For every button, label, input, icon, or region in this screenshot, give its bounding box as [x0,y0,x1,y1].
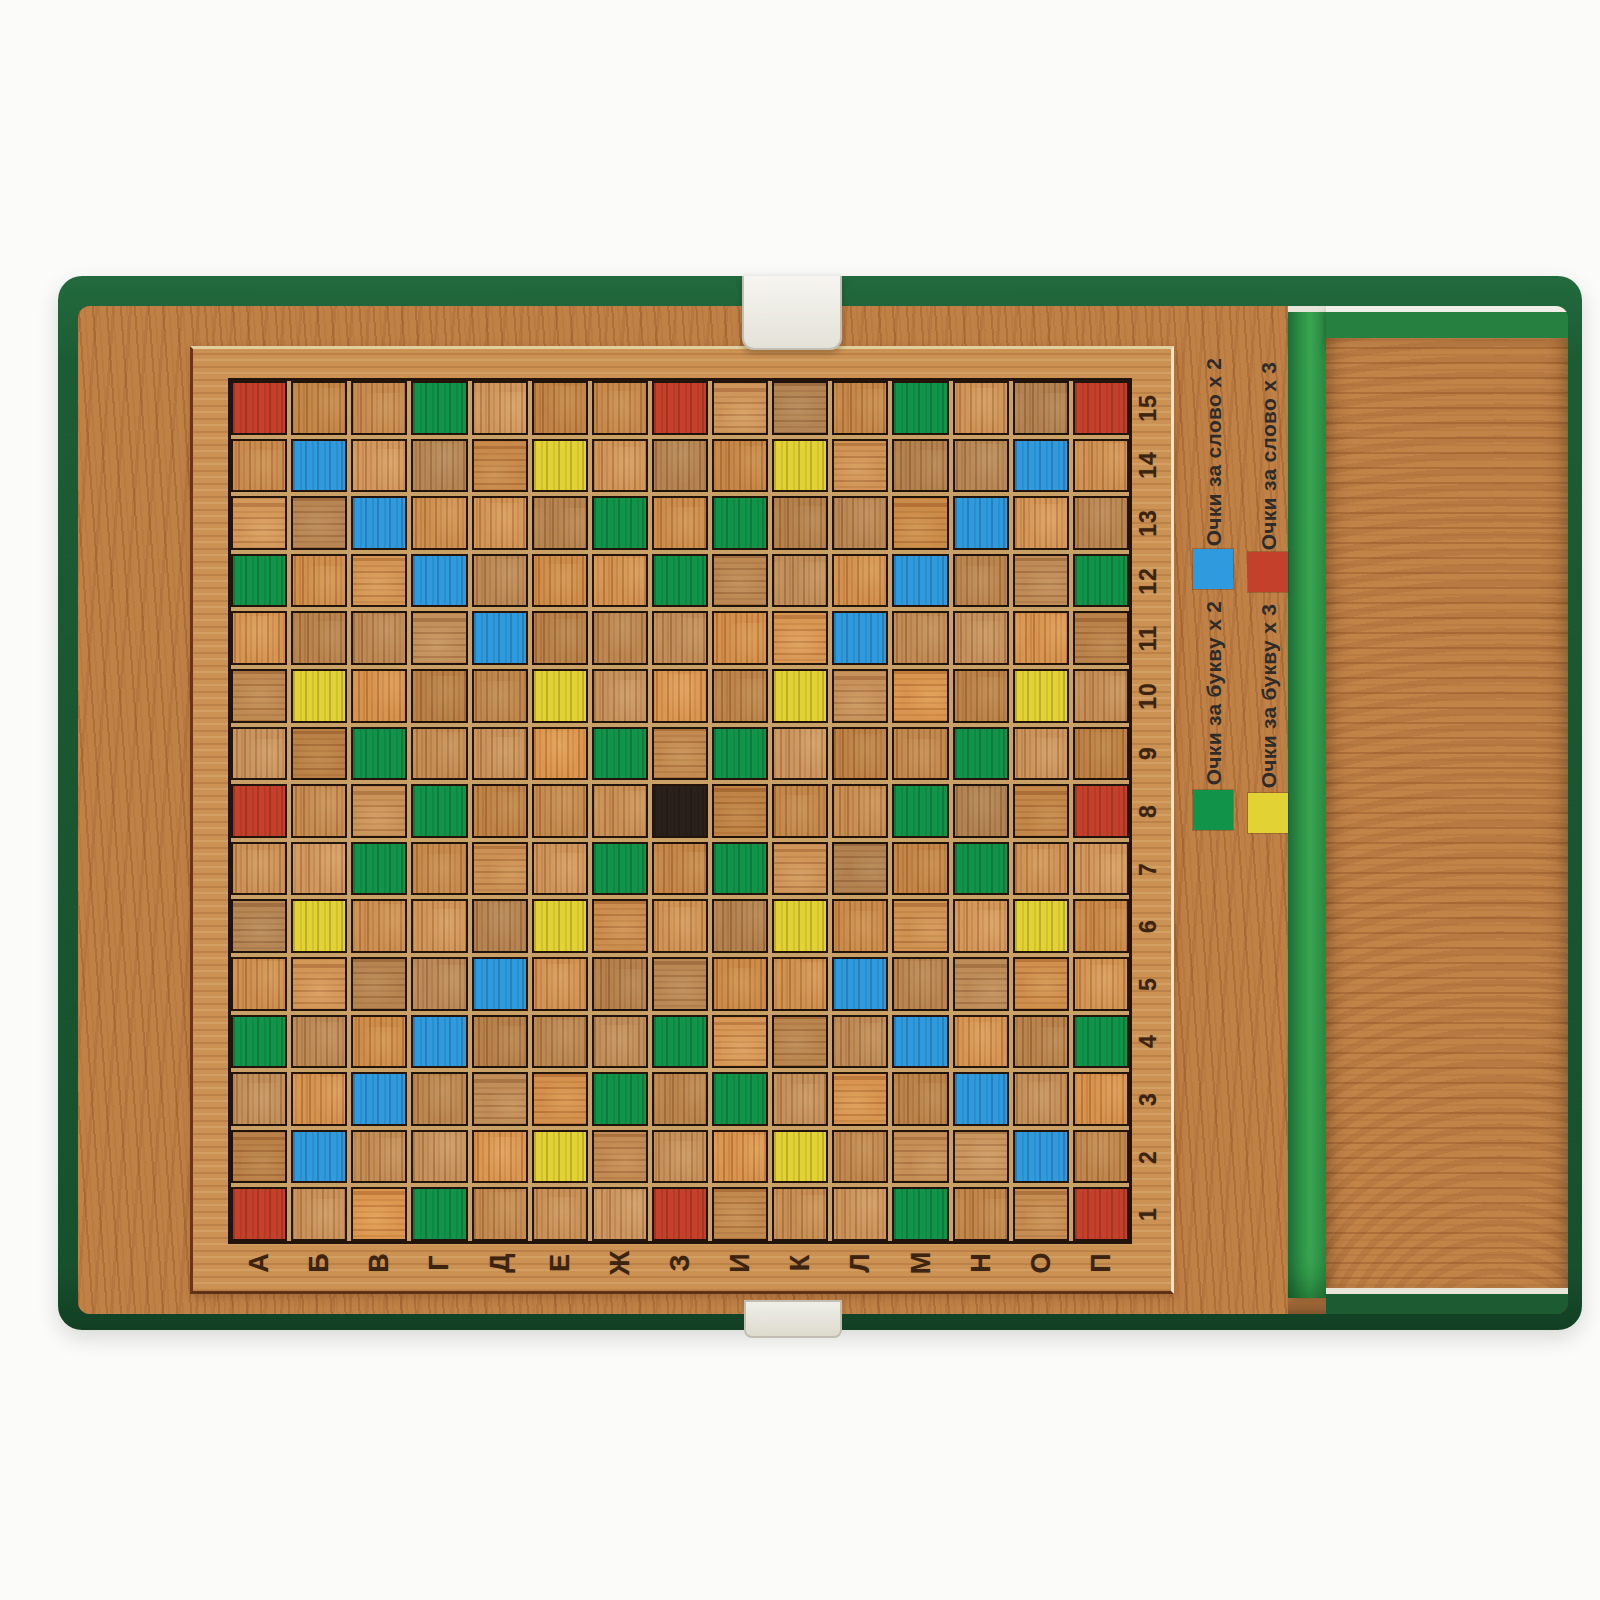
cell-Н11[interactable] [953,611,1009,665]
cell-Ж9[interactable] [592,727,648,781]
cell-Е3[interactable] [532,1072,588,1126]
cell-О13[interactable] [1013,496,1069,550]
cell-Е11[interactable] [532,611,588,665]
tile-tray [1326,306,1568,1314]
cell-М11[interactable] [892,611,948,665]
cell-М1[interactable] [892,1187,948,1241]
cell-Л1[interactable] [832,1187,888,1241]
cell-О9[interactable] [1013,727,1069,781]
cell-В1[interactable] [351,1187,407,1241]
cell-Л3[interactable] [832,1072,888,1126]
cell-Ж5[interactable] [592,957,648,1011]
cell-Д14[interactable] [472,439,528,493]
cell-И2[interactable] [712,1130,768,1184]
cell-Л11[interactable] [832,611,888,665]
cell-П7[interactable] [1073,842,1129,896]
cell-О2[interactable] [1013,1130,1069,1184]
cell-П11[interactable] [1073,611,1129,665]
cell-Л14[interactable] [832,439,888,493]
cell-Б15[interactable] [291,381,347,435]
cell-Д5[interactable] [472,957,528,1011]
cell-Н1[interactable] [953,1187,1009,1241]
cell-Ж1[interactable] [592,1187,648,1241]
cell-Ж12[interactable] [592,554,648,608]
cell-А4[interactable] [231,1015,287,1069]
cell-И13[interactable] [712,496,768,550]
cell-Г15[interactable] [411,381,467,435]
cell-И14[interactable] [712,439,768,493]
cell-К2[interactable] [772,1130,828,1184]
cell-О11[interactable] [1013,611,1069,665]
cell-Г12[interactable] [411,554,467,608]
cell-Е10[interactable] [532,669,588,723]
cell-Е1[interactable] [532,1187,588,1241]
cell-И1[interactable] [712,1187,768,1241]
cell-Е12[interactable] [532,554,588,608]
cell-Д1[interactable] [472,1187,528,1241]
cell-Ж2[interactable] [592,1130,648,1184]
cell-В3[interactable] [351,1072,407,1126]
cell-В8[interactable] [351,784,407,838]
cell-Ж15[interactable] [592,381,648,435]
cell-П12[interactable] [1073,554,1129,608]
cell-К15[interactable] [772,381,828,435]
cell-З14[interactable] [652,439,708,493]
cell-К12[interactable] [772,554,828,608]
cell-З5[interactable] [652,957,708,1011]
cell-М8[interactable] [892,784,948,838]
cell-И9[interactable] [712,727,768,781]
cell-Н8[interactable] [953,784,1009,838]
cell-Ж7[interactable] [592,842,648,896]
cell-А12[interactable] [231,554,287,608]
cell-О5[interactable] [1013,957,1069,1011]
cell-Д2[interactable] [472,1130,528,1184]
cell-А15[interactable] [231,381,287,435]
cell-Л13[interactable] [832,496,888,550]
cell-М4[interactable] [892,1015,948,1069]
cell-Г3[interactable] [411,1072,467,1126]
cell-Б12[interactable] [291,554,347,608]
cell-В14[interactable] [351,439,407,493]
cell-П8[interactable] [1073,784,1129,838]
cell-Ж8[interactable] [592,784,648,838]
cell-А7[interactable] [231,842,287,896]
cell-О7[interactable] [1013,842,1069,896]
cell-Н2[interactable] [953,1130,1009,1184]
cell-З11[interactable] [652,611,708,665]
cell-П2[interactable] [1073,1130,1129,1184]
cell-И3[interactable] [712,1072,768,1126]
cell-В9[interactable] [351,727,407,781]
cell-И10[interactable] [712,669,768,723]
cell-Д4[interactable] [472,1015,528,1069]
cell-П1[interactable] [1073,1187,1129,1241]
cell-Г2[interactable] [411,1130,467,1184]
cell-Г5[interactable] [411,957,467,1011]
cell-Б14[interactable] [291,439,347,493]
cell-Н4[interactable] [953,1015,1009,1069]
cell-Е9[interactable] [532,727,588,781]
cell-Н7[interactable] [953,842,1009,896]
cell-Н15[interactable] [953,381,1009,435]
cell-Д15[interactable] [472,381,528,435]
cell-Л5[interactable] [832,957,888,1011]
cell-З3[interactable] [652,1072,708,1126]
cell-Е5[interactable] [532,957,588,1011]
cell-А3[interactable] [231,1072,287,1126]
cell-Б9[interactable] [291,727,347,781]
cell-И12[interactable] [712,554,768,608]
cell-М6[interactable] [892,899,948,953]
cell-Б13[interactable] [291,496,347,550]
cell-Е14[interactable] [532,439,588,493]
cell-Б2[interactable] [291,1130,347,1184]
cell-К9[interactable] [772,727,828,781]
cell-З12[interactable] [652,554,708,608]
cell-М9[interactable] [892,727,948,781]
cell-Е2[interactable] [532,1130,588,1184]
cell-О15[interactable] [1013,381,1069,435]
cell-Н5[interactable] [953,957,1009,1011]
green-divider-stick [1288,306,1330,1298]
cell-В7[interactable] [351,842,407,896]
cell-К3[interactable] [772,1072,828,1126]
cell-Б11[interactable] [291,611,347,665]
tray-bottom-wall [1326,1288,1568,1314]
cell-Д6[interactable] [472,899,528,953]
cell-А2[interactable] [231,1130,287,1184]
cell-П3[interactable] [1073,1072,1129,1126]
cell-З2[interactable] [652,1130,708,1184]
cell-Ж3[interactable] [592,1072,648,1126]
cell-Г6[interactable] [411,899,467,953]
cell-М10[interactable] [892,669,948,723]
cell-Б4[interactable] [291,1015,347,1069]
cell-А10[interactable] [231,669,287,723]
cell-П14[interactable] [1073,439,1129,493]
cell-Г10[interactable] [411,669,467,723]
cell-В5[interactable] [351,957,407,1011]
cell-К11[interactable] [772,611,828,665]
cell-А9[interactable] [231,727,287,781]
cell-П4[interactable] [1073,1015,1129,1069]
cell-Л10[interactable] [832,669,888,723]
cell-Г9[interactable] [411,727,467,781]
cell-К13[interactable] [772,496,828,550]
cell-К5[interactable] [772,957,828,1011]
cell-Н10[interactable] [953,669,1009,723]
cell-Б7[interactable] [291,842,347,896]
cell-М7[interactable] [892,842,948,896]
cell-П9[interactable] [1073,727,1129,781]
cell-З8[interactable] [652,784,708,838]
cell-Ж13[interactable] [592,496,648,550]
cell-З1[interactable] [652,1187,708,1241]
cell-В12[interactable] [351,554,407,608]
cell-З9[interactable] [652,727,708,781]
cell-О12[interactable] [1013,554,1069,608]
cell-Н3[interactable] [953,1072,1009,1126]
cell-В13[interactable] [351,496,407,550]
cell-Д11[interactable] [472,611,528,665]
cell-П15[interactable] [1073,381,1129,435]
cell-В10[interactable] [351,669,407,723]
cell-З4[interactable] [652,1015,708,1069]
cell-В15[interactable] [351,381,407,435]
cell-И8[interactable] [712,784,768,838]
cell-Б6[interactable] [291,899,347,953]
cell-О1[interactable] [1013,1187,1069,1241]
cell-Г4[interactable] [411,1015,467,1069]
cell-К7[interactable] [772,842,828,896]
cell-Б1[interactable] [291,1187,347,1241]
cell-А14[interactable] [231,439,287,493]
board-grid [228,378,1132,1244]
cell-А1[interactable] [231,1187,287,1241]
cell-П10[interactable] [1073,669,1129,723]
cell-Д3[interactable] [472,1072,528,1126]
cell-А13[interactable] [231,496,287,550]
cell-Л2[interactable] [832,1130,888,1184]
cell-Г8[interactable] [411,784,467,838]
cell-Е6[interactable] [532,899,588,953]
cell-К8[interactable] [772,784,828,838]
photo-scene: АБВГДЕЖЗИКЛМНОП151413121110987654321Очки… [0,0,1600,1600]
cell-К4[interactable] [772,1015,828,1069]
cell-О14[interactable] [1013,439,1069,493]
cell-М13[interactable] [892,496,948,550]
cell-Д10[interactable] [472,669,528,723]
cell-Е8[interactable] [532,784,588,838]
cell-Л15[interactable] [832,381,888,435]
cell-Г13[interactable] [411,496,467,550]
cell-М15[interactable] [892,381,948,435]
cell-Г14[interactable] [411,439,467,493]
cell-Г11[interactable] [411,611,467,665]
cell-Е15[interactable] [532,381,588,435]
cell-О8[interactable] [1013,784,1069,838]
cell-Л12[interactable] [832,554,888,608]
cell-Н6[interactable] [953,899,1009,953]
cell-А6[interactable] [231,899,287,953]
cell-О4[interactable] [1013,1015,1069,1069]
cell-Д7[interactable] [472,842,528,896]
cell-Е13[interactable] [532,496,588,550]
cell-Ж10[interactable] [592,669,648,723]
cell-И6[interactable] [712,899,768,953]
cell-З7[interactable] [652,842,708,896]
cell-Ж4[interactable] [592,1015,648,1069]
cell-М14[interactable] [892,439,948,493]
cell-Н13[interactable] [953,496,1009,550]
cell-И7[interactable] [712,842,768,896]
cell-Ж11[interactable] [592,611,648,665]
cell-И11[interactable] [712,611,768,665]
cell-З10[interactable] [652,669,708,723]
cell-К1[interactable] [772,1187,828,1241]
cell-О10[interactable] [1013,669,1069,723]
cell-К14[interactable] [772,439,828,493]
cell-М2[interactable] [892,1130,948,1184]
cell-М3[interactable] [892,1072,948,1126]
cell-Л7[interactable] [832,842,888,896]
cell-Л9[interactable] [832,727,888,781]
cell-В11[interactable] [351,611,407,665]
cell-И5[interactable] [712,957,768,1011]
cell-Л6[interactable] [832,899,888,953]
cell-П6[interactable] [1073,899,1129,953]
cell-Д12[interactable] [472,554,528,608]
cell-К10[interactable] [772,669,828,723]
cell-Г1[interactable] [411,1187,467,1241]
cell-Д13[interactable] [472,496,528,550]
tray-floor [1326,338,1568,1294]
cell-В4[interactable] [351,1015,407,1069]
cell-О3[interactable] [1013,1072,1069,1126]
cell-Н14[interactable] [953,439,1009,493]
cell-В6[interactable] [351,899,407,953]
cell-Д9[interactable] [472,727,528,781]
cell-М5[interactable] [892,957,948,1011]
cell-Б10[interactable] [291,669,347,723]
cell-Ж14[interactable] [592,439,648,493]
cell-Д8[interactable] [472,784,528,838]
cell-Е7[interactable] [532,842,588,896]
cell-Б8[interactable] [291,784,347,838]
cell-З13[interactable] [652,496,708,550]
cell-Н12[interactable] [953,554,1009,608]
cell-М12[interactable] [892,554,948,608]
cell-П13[interactable] [1073,496,1129,550]
cell-П5[interactable] [1073,957,1129,1011]
cell-А5[interactable] [231,957,287,1011]
box-lid-notch-bottom [744,1300,842,1338]
cell-Б3[interactable] [291,1072,347,1126]
cell-Н9[interactable] [953,727,1009,781]
cell-К6[interactable] [772,899,828,953]
cell-З6[interactable] [652,899,708,953]
cell-И15[interactable] [712,381,768,435]
cell-Ж6[interactable] [592,899,648,953]
cell-Г7[interactable] [411,842,467,896]
cell-А11[interactable] [231,611,287,665]
cell-В2[interactable] [351,1130,407,1184]
cell-Л4[interactable] [832,1015,888,1069]
cell-И4[interactable] [712,1015,768,1069]
cell-З15[interactable] [652,381,708,435]
box-lid-notch-top [742,276,842,350]
cell-О6[interactable] [1013,899,1069,953]
cell-А8[interactable] [231,784,287,838]
cell-Л8[interactable] [832,784,888,838]
cell-Б5[interactable] [291,957,347,1011]
cell-Е4[interactable] [532,1015,588,1069]
